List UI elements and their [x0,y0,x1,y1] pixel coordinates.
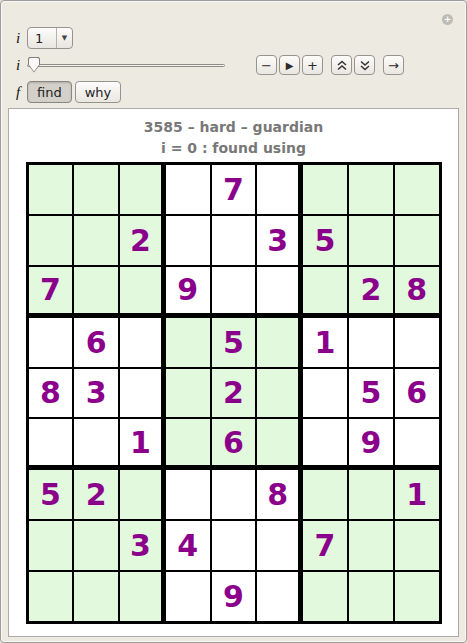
step-forward-button[interactable]: + [302,55,323,75]
speed-button-group [331,55,377,75]
cell-r3c1: 7 [29,267,73,316]
cell-r7c6: 8 [257,470,301,519]
step-button-group: − ▶ + [256,55,325,75]
cell-r5c9: 6 [395,369,439,418]
cell-r8c9 [395,521,439,570]
cell-r2c4 [166,216,210,265]
cell-r3c5 [212,267,256,316]
faster-chevrons-up-icon[interactable] [331,55,352,75]
slider-thumb[interactable] [28,57,40,73]
chevron-down-icon: ▼ [56,28,72,48]
puzzle-title: 3585 – hard – guardian [9,119,458,135]
why-button[interactable]: why [75,81,122,103]
setter-variable-label: f [16,84,27,101]
cell-r7c3 [120,470,164,519]
cell-r3c3 [120,267,164,316]
cell-r8c6 [257,521,301,570]
cell-r7c4 [166,470,210,519]
cell-r1c4 [166,165,210,214]
cell-r5c1: 8 [29,369,73,418]
slower-chevrons-down-icon[interactable] [354,55,375,75]
cell-r4c8 [349,318,393,367]
setter-row: f find why [16,81,466,103]
cell-r6c3: 1 [120,419,164,468]
cell-r5c7 [303,369,347,418]
cell-r3c6 [257,267,301,316]
cell-r8c7: 7 [303,521,347,570]
status-line: i = 0 : found using [9,140,458,156]
display-panel: 3585 – hard – guardian i = 0 : found usi… [8,108,459,637]
cell-r7c1: 5 [29,470,73,519]
cell-r4c4 [166,318,210,367]
cell-r9c6 [257,572,301,621]
cell-r5c3 [120,369,164,418]
cell-r9c2 [74,572,118,621]
cell-r9c3 [120,572,164,621]
cell-r2c8 [349,216,393,265]
cell-r2c6: 3 [257,216,301,265]
cell-r1c8 [349,165,393,214]
cell-r3c8: 2 [349,267,393,316]
cell-r1c7 [303,165,347,214]
cell-r7c9: 1 [395,470,439,519]
cell-r1c1 [29,165,73,214]
i-dropdown[interactable]: 1 ▼ [27,27,73,49]
cell-r6c2 [74,419,118,468]
cell-r5c6 [257,369,301,418]
cell-r4c9 [395,318,439,367]
dropdown-variable-label: i [16,30,27,47]
cell-r7c7 [303,470,347,519]
slider-variable-label: i [16,57,27,74]
cell-r6c5: 6 [212,419,256,468]
cell-r9c9 [395,572,439,621]
sudoku-board: 723579286518325616952813479 [26,162,442,624]
cell-r8c1 [29,521,73,570]
slider-row: i − ▶ + [16,54,466,76]
cell-r7c5 [212,470,256,519]
dropdown-value: 1 [28,28,56,48]
cell-r6c8: 9 [349,419,393,468]
cell-r7c2: 2 [74,470,118,519]
cell-r6c4 [166,419,210,468]
cell-r3c2 [74,267,118,316]
cell-r6c6 [257,419,301,468]
cell-r3c4: 9 [166,267,210,316]
cell-r2c5 [212,216,256,265]
cell-r6c1 [29,419,73,468]
cell-r5c8: 5 [349,369,393,418]
cell-r5c5: 2 [212,369,256,418]
cell-r1c2 [74,165,118,214]
cell-r4c7: 1 [303,318,347,367]
cell-r8c3: 3 [120,521,164,570]
cell-r6c7 [303,419,347,468]
cell-r2c2 [74,216,118,265]
cell-r1c9 [395,165,439,214]
cell-r7c8 [349,470,393,519]
cell-r2c1 [29,216,73,265]
direction-arrow-button[interactable]: → [383,55,404,75]
dropdown-row: i 1 ▼ [16,27,466,49]
cell-r9c8 [349,572,393,621]
cell-r1c6 [257,165,301,214]
cell-r2c9 [395,216,439,265]
cell-r8c2 [74,521,118,570]
slider-track[interactable] [27,64,225,67]
cell-r3c7 [303,267,347,316]
direction-button-group: → [383,55,406,75]
i-slider[interactable] [27,57,225,74]
find-button[interactable]: find [27,81,72,103]
cell-r4c2: 6 [74,318,118,367]
cell-r4c5: 5 [212,318,256,367]
cell-r4c6 [257,318,301,367]
cell-r5c4 [166,369,210,418]
cell-r9c1 [29,572,73,621]
control-panel: i 1 ▼ i − ▶ + [1,1,466,103]
step-back-button[interactable]: − [256,55,277,75]
cell-r8c5 [212,521,256,570]
cell-r8c8 [349,521,393,570]
cell-r2c7: 5 [303,216,347,265]
play-button[interactable]: ▶ [279,55,300,75]
cell-r9c7 [303,572,347,621]
cell-r5c2: 3 [74,369,118,418]
cell-r4c1 [29,318,73,367]
cell-r3c9: 8 [395,267,439,316]
cell-r9c4 [166,572,210,621]
cell-r8c4: 4 [166,521,210,570]
cell-r1c3 [120,165,164,214]
manipulate-window: + i 1 ▼ i − ▶ + [0,0,467,643]
cell-r1c5: 7 [212,165,256,214]
cell-r6c9 [395,419,439,468]
cell-r2c3: 2 [120,216,164,265]
cell-r9c5: 9 [212,572,256,621]
cell-r4c3 [120,318,164,367]
